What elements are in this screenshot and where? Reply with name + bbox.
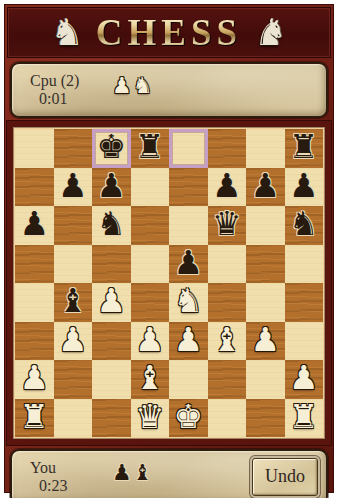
square-d8[interactable]: ♜ <box>131 129 170 168</box>
piece-white-pawn: ♟ <box>19 361 49 394</box>
piece-black-pawn: ♟ <box>250 169 280 202</box>
square-b1[interactable] <box>54 399 93 438</box>
cpu-captured-tray: ♟♞ <box>112 78 152 97</box>
square-e7[interactable] <box>169 168 208 207</box>
square-h3[interactable] <box>285 322 324 361</box>
piece-white-knight: ♞ <box>133 75 153 97</box>
square-a4[interactable] <box>15 283 54 322</box>
square-d3[interactable]: ♟ <box>131 322 170 361</box>
square-e2[interactable] <box>169 360 208 399</box>
piece-black-pawn: ♟ <box>112 462 132 484</box>
piece-white-knight: ♞ <box>173 284 203 317</box>
square-e5[interactable]: ♟ <box>169 245 208 284</box>
piece-black-queen: ♛ <box>212 207 242 240</box>
piece-white-bishop: ♝ <box>212 323 242 356</box>
square-g2[interactable] <box>246 360 285 399</box>
square-a1[interactable]: ♜ <box>15 399 54 438</box>
square-f4[interactable] <box>208 283 247 322</box>
you-clock: 0:23 <box>39 477 92 495</box>
cpu-clock: 0:01 <box>39 90 92 108</box>
square-c8[interactable]: ♚ <box>92 129 131 168</box>
square-b3[interactable]: ♟ <box>54 322 93 361</box>
piece-white-rook: ♜ <box>289 400 319 433</box>
piece-black-pawn: ♟ <box>19 207 49 240</box>
square-c2[interactable] <box>92 360 131 399</box>
piece-white-pawn: ♟ <box>135 323 165 356</box>
square-g4[interactable] <box>246 283 285 322</box>
square-f1[interactable] <box>208 399 247 438</box>
piece-black-rook: ♜ <box>289 130 319 163</box>
square-f8[interactable] <box>208 129 247 168</box>
square-c5[interactable] <box>92 245 131 284</box>
you-captured-tray: ♟♝ <box>112 465 152 484</box>
square-e1[interactable]: ♚ <box>169 399 208 438</box>
square-h7[interactable]: ♟ <box>285 168 324 207</box>
square-e6[interactable] <box>169 206 208 245</box>
square-g7[interactable]: ♟ <box>246 168 285 207</box>
square-d4[interactable] <box>131 283 170 322</box>
square-d1[interactable]: ♛ <box>131 399 170 438</box>
square-d6[interactable] <box>131 206 170 245</box>
piece-black-bishop: ♝ <box>58 284 88 317</box>
board-frame: ♚♜♜♟♟♟♟♟♟♞♛♞♟♝♟♞♟♟♟♝♟♟♝♟♜♛♚♜ <box>7 121 331 445</box>
square-h5[interactable] <box>285 245 324 284</box>
square-f5[interactable] <box>208 245 247 284</box>
cpu-name-label: Cpu (2) <box>30 72 92 90</box>
square-b5[interactable] <box>54 245 93 284</box>
you-name-label: You <box>30 459 92 477</box>
square-g3[interactable]: ♟ <box>246 322 285 361</box>
knight-logo-right-icon: ♞ <box>254 14 287 51</box>
square-f6[interactable]: ♛ <box>208 206 247 245</box>
square-h2[interactable]: ♟ <box>285 360 324 399</box>
piece-white-pawn: ♟ <box>58 323 88 356</box>
piece-black-king: ♚ <box>96 130 126 163</box>
square-a8[interactable] <box>15 129 54 168</box>
square-g1[interactable] <box>246 399 285 438</box>
square-b2[interactable] <box>54 360 93 399</box>
piece-black-knight: ♞ <box>289 207 319 240</box>
square-c1[interactable] <box>92 399 131 438</box>
cpu-info: Cpu (2) 0:01 <box>30 72 92 108</box>
chess-board: ♚♜♜♟♟♟♟♟♟♞♛♞♟♝♟♞♟♟♟♝♟♟♝♟♜♛♚♜ <box>15 129 323 437</box>
piece-white-rook: ♜ <box>19 400 49 433</box>
piece-black-bishop: ♝ <box>133 462 153 484</box>
piece-black-pawn: ♟ <box>289 169 319 202</box>
knight-logo-left-icon: ♞ <box>51 14 84 51</box>
piece-black-pawn: ♟ <box>212 169 242 202</box>
piece-white-king: ♚ <box>173 400 203 433</box>
piece-white-pawn: ♟ <box>250 323 280 356</box>
piece-black-pawn: ♟ <box>173 246 203 279</box>
square-f7[interactable]: ♟ <box>208 168 247 207</box>
square-a2[interactable]: ♟ <box>15 360 54 399</box>
piece-black-pawn: ♟ <box>58 169 88 202</box>
piece-white-bishop: ♝ <box>135 361 165 394</box>
piece-white-pawn: ♟ <box>173 323 203 356</box>
square-b8[interactable] <box>54 129 93 168</box>
square-b7[interactable]: ♟ <box>54 168 93 207</box>
square-f3[interactable]: ♝ <box>208 322 247 361</box>
square-h6[interactable]: ♞ <box>285 206 324 245</box>
piece-white-pawn: ♟ <box>112 75 132 97</box>
square-e4[interactable]: ♞ <box>169 283 208 322</box>
square-d7[interactable] <box>131 168 170 207</box>
square-c6[interactable]: ♞ <box>92 206 131 245</box>
title-banner: ♞ CHESS ♞ <box>7 7 331 58</box>
square-a3[interactable] <box>15 322 54 361</box>
square-g8[interactable] <box>246 129 285 168</box>
piece-black-pawn: ♟ <box>96 169 126 202</box>
undo-button[interactable]: Undo <box>252 458 318 496</box>
you-info: You 0:23 <box>30 459 92 495</box>
square-d2[interactable]: ♝ <box>131 360 170 399</box>
piece-white-pawn: ♟ <box>96 284 126 317</box>
square-d5[interactable] <box>131 245 170 284</box>
square-a5[interactable] <box>15 245 54 284</box>
square-g6[interactable] <box>246 206 285 245</box>
piece-black-knight: ♞ <box>96 207 126 240</box>
square-a6[interactable]: ♟ <box>15 206 54 245</box>
square-e3[interactable]: ♟ <box>169 322 208 361</box>
square-c4[interactable]: ♟ <box>92 283 131 322</box>
square-h8[interactable]: ♜ <box>285 129 324 168</box>
app-title: CHESS <box>94 14 244 51</box>
square-f2[interactable] <box>208 360 247 399</box>
square-c7[interactable]: ♟ <box>92 168 131 207</box>
square-c3[interactable] <box>92 322 131 361</box>
square-h4[interactable] <box>285 283 324 322</box>
square-b4[interactable]: ♝ <box>54 283 93 322</box>
square-e8[interactable] <box>169 129 208 168</box>
square-b6[interactable] <box>54 206 93 245</box>
piece-white-pawn: ♟ <box>289 361 319 394</box>
square-a7[interactable] <box>15 168 54 207</box>
you-player-panel: You 0:23 ♟♝ Undo <box>10 449 328 498</box>
app-window: ♞ CHESS ♞ Cpu (2) 0:01 ♟♞ ♚♜♜♟♟♟♟♟♟♞♛♞♟♝… <box>4 4 334 493</box>
square-g5[interactable] <box>246 245 285 284</box>
cpu-player-panel: Cpu (2) 0:01 ♟♞ <box>10 62 328 118</box>
piece-white-queen: ♛ <box>135 400 165 433</box>
piece-black-rook: ♜ <box>135 130 165 163</box>
square-h1[interactable]: ♜ <box>285 399 324 438</box>
